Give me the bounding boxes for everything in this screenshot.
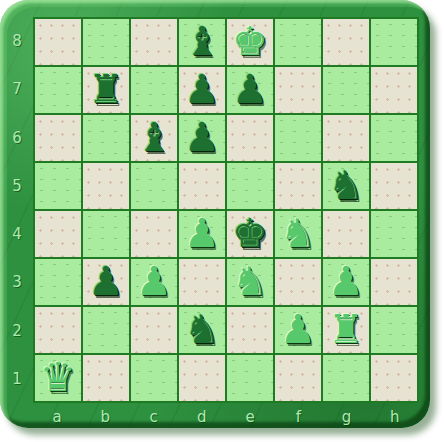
square-g8[interactable] bbox=[323, 19, 369, 65]
piece-white-king[interactable]: ♚ bbox=[232, 18, 268, 64]
square-b3[interactable]: ♟ bbox=[83, 259, 129, 305]
square-f5[interactable] bbox=[275, 163, 321, 209]
piece-white-pawn[interactable]: ♟ bbox=[136, 258, 172, 304]
square-e5[interactable] bbox=[227, 163, 273, 209]
square-g2[interactable]: ♜ bbox=[323, 307, 369, 353]
square-f8[interactable] bbox=[275, 19, 321, 65]
square-e4[interactable]: ♚ bbox=[227, 211, 273, 257]
rank-label-2: 2 bbox=[3, 307, 31, 355]
square-b6[interactable] bbox=[83, 115, 129, 161]
square-b8[interactable] bbox=[83, 19, 129, 65]
square-h4[interactable] bbox=[371, 211, 417, 257]
file-label-g: g bbox=[323, 404, 371, 429]
piece-black-bishop[interactable]: ♝ bbox=[136, 114, 172, 160]
piece-black-pawn[interactable]: ♟ bbox=[184, 66, 220, 112]
piece-black-knight[interactable]: ♞ bbox=[328, 162, 364, 208]
square-f3[interactable] bbox=[275, 259, 321, 305]
file-label-b: b bbox=[81, 404, 129, 429]
square-e2[interactable] bbox=[227, 307, 273, 353]
square-a2[interactable] bbox=[35, 307, 81, 353]
square-a7[interactable] bbox=[35, 67, 81, 113]
square-c6[interactable]: ♝ bbox=[131, 115, 177, 161]
piece-white-knight[interactable]: ♞ bbox=[232, 258, 268, 304]
rank-label-5: 5 bbox=[3, 162, 31, 210]
piece-black-rook[interactable]: ♜ bbox=[88, 66, 124, 112]
rank-label-8: 8 bbox=[3, 17, 31, 65]
square-f6[interactable] bbox=[275, 115, 321, 161]
piece-white-pawn[interactable]: ♟ bbox=[280, 306, 316, 352]
square-g7[interactable] bbox=[323, 67, 369, 113]
file-label-a: a bbox=[33, 404, 81, 429]
square-e7[interactable]: ♟ bbox=[227, 67, 273, 113]
piece-black-king[interactable]: ♚ bbox=[232, 210, 268, 256]
file-label-e: e bbox=[226, 404, 274, 429]
square-d1[interactable] bbox=[179, 355, 225, 401]
square-b1[interactable] bbox=[83, 355, 129, 401]
square-g1[interactable] bbox=[323, 355, 369, 401]
piece-black-pawn[interactable]: ♟ bbox=[184, 114, 220, 160]
square-b7[interactable]: ♜ bbox=[83, 67, 129, 113]
square-h7[interactable] bbox=[371, 67, 417, 113]
square-c4[interactable] bbox=[131, 211, 177, 257]
rank-label-6: 6 bbox=[3, 114, 31, 162]
file-label-h: h bbox=[371, 404, 419, 429]
square-h5[interactable] bbox=[371, 163, 417, 209]
piece-black-pawn[interactable]: ♟ bbox=[232, 66, 268, 112]
square-e1[interactable] bbox=[227, 355, 273, 401]
square-c2[interactable] bbox=[131, 307, 177, 353]
square-f2[interactable]: ♟ bbox=[275, 307, 321, 353]
piece-white-pawn[interactable]: ♟ bbox=[328, 258, 364, 304]
piece-white-knight[interactable]: ♞ bbox=[280, 210, 316, 256]
rank-label-4: 4 bbox=[3, 210, 31, 258]
file-label-f: f bbox=[274, 404, 322, 429]
square-h6[interactable] bbox=[371, 115, 417, 161]
piece-black-pawn[interactable]: ♟ bbox=[88, 258, 124, 304]
piece-white-queen[interactable]: ♛ bbox=[40, 354, 76, 400]
chess-board: ♝♚♜♟♟♝♟♞♟♚♞♟♟♞♟♞♟♜♛ bbox=[33, 17, 419, 403]
square-a1[interactable]: ♛ bbox=[35, 355, 81, 401]
square-b5[interactable] bbox=[83, 163, 129, 209]
square-d2[interactable]: ♞ bbox=[179, 307, 225, 353]
square-c8[interactable] bbox=[131, 19, 177, 65]
square-f4[interactable]: ♞ bbox=[275, 211, 321, 257]
piece-white-pawn[interactable]: ♟ bbox=[184, 210, 220, 256]
rank-labels: 87654321 bbox=[3, 17, 31, 403]
square-c7[interactable] bbox=[131, 67, 177, 113]
board-frame: 87654321 abcdefgh ♝♚♜♟♟♝♟♞♟♚♞♟♟♞♟♞♟♜♛ bbox=[0, 0, 430, 428]
square-e6[interactable] bbox=[227, 115, 273, 161]
square-d8[interactable]: ♝ bbox=[179, 19, 225, 65]
square-c1[interactable] bbox=[131, 355, 177, 401]
square-h2[interactable] bbox=[371, 307, 417, 353]
square-a8[interactable] bbox=[35, 19, 81, 65]
rank-label-7: 7 bbox=[3, 65, 31, 113]
square-f7[interactable] bbox=[275, 67, 321, 113]
square-h8[interactable] bbox=[371, 19, 417, 65]
square-a3[interactable] bbox=[35, 259, 81, 305]
piece-black-bishop[interactable]: ♝ bbox=[184, 18, 220, 64]
square-f1[interactable] bbox=[275, 355, 321, 401]
square-b2[interactable] bbox=[83, 307, 129, 353]
square-h1[interactable] bbox=[371, 355, 417, 401]
square-d5[interactable] bbox=[179, 163, 225, 209]
file-label-d: d bbox=[178, 404, 226, 429]
piece-white-rook[interactable]: ♜ bbox=[328, 306, 364, 352]
rank-label-1: 1 bbox=[3, 355, 31, 403]
square-d3[interactable] bbox=[179, 259, 225, 305]
square-c5[interactable] bbox=[131, 163, 177, 209]
piece-black-knight[interactable]: ♞ bbox=[184, 306, 220, 352]
rank-label-3: 3 bbox=[3, 258, 31, 306]
square-c3[interactable]: ♟ bbox=[131, 259, 177, 305]
square-g5[interactable]: ♞ bbox=[323, 163, 369, 209]
square-e8[interactable]: ♚ bbox=[227, 19, 273, 65]
square-b4[interactable] bbox=[83, 211, 129, 257]
square-g6[interactable] bbox=[323, 115, 369, 161]
square-h3[interactable] bbox=[371, 259, 417, 305]
square-d4[interactable]: ♟ bbox=[179, 211, 225, 257]
file-labels: abcdefgh bbox=[33, 404, 419, 429]
square-g3[interactable]: ♟ bbox=[323, 259, 369, 305]
square-g4[interactable] bbox=[323, 211, 369, 257]
file-label-c: c bbox=[130, 404, 178, 429]
square-a5[interactable] bbox=[35, 163, 81, 209]
square-e3[interactable]: ♞ bbox=[227, 259, 273, 305]
square-d7[interactable]: ♟ bbox=[179, 67, 225, 113]
square-a4[interactable] bbox=[35, 211, 81, 257]
square-d6[interactable]: ♟ bbox=[179, 115, 225, 161]
square-a6[interactable] bbox=[35, 115, 81, 161]
